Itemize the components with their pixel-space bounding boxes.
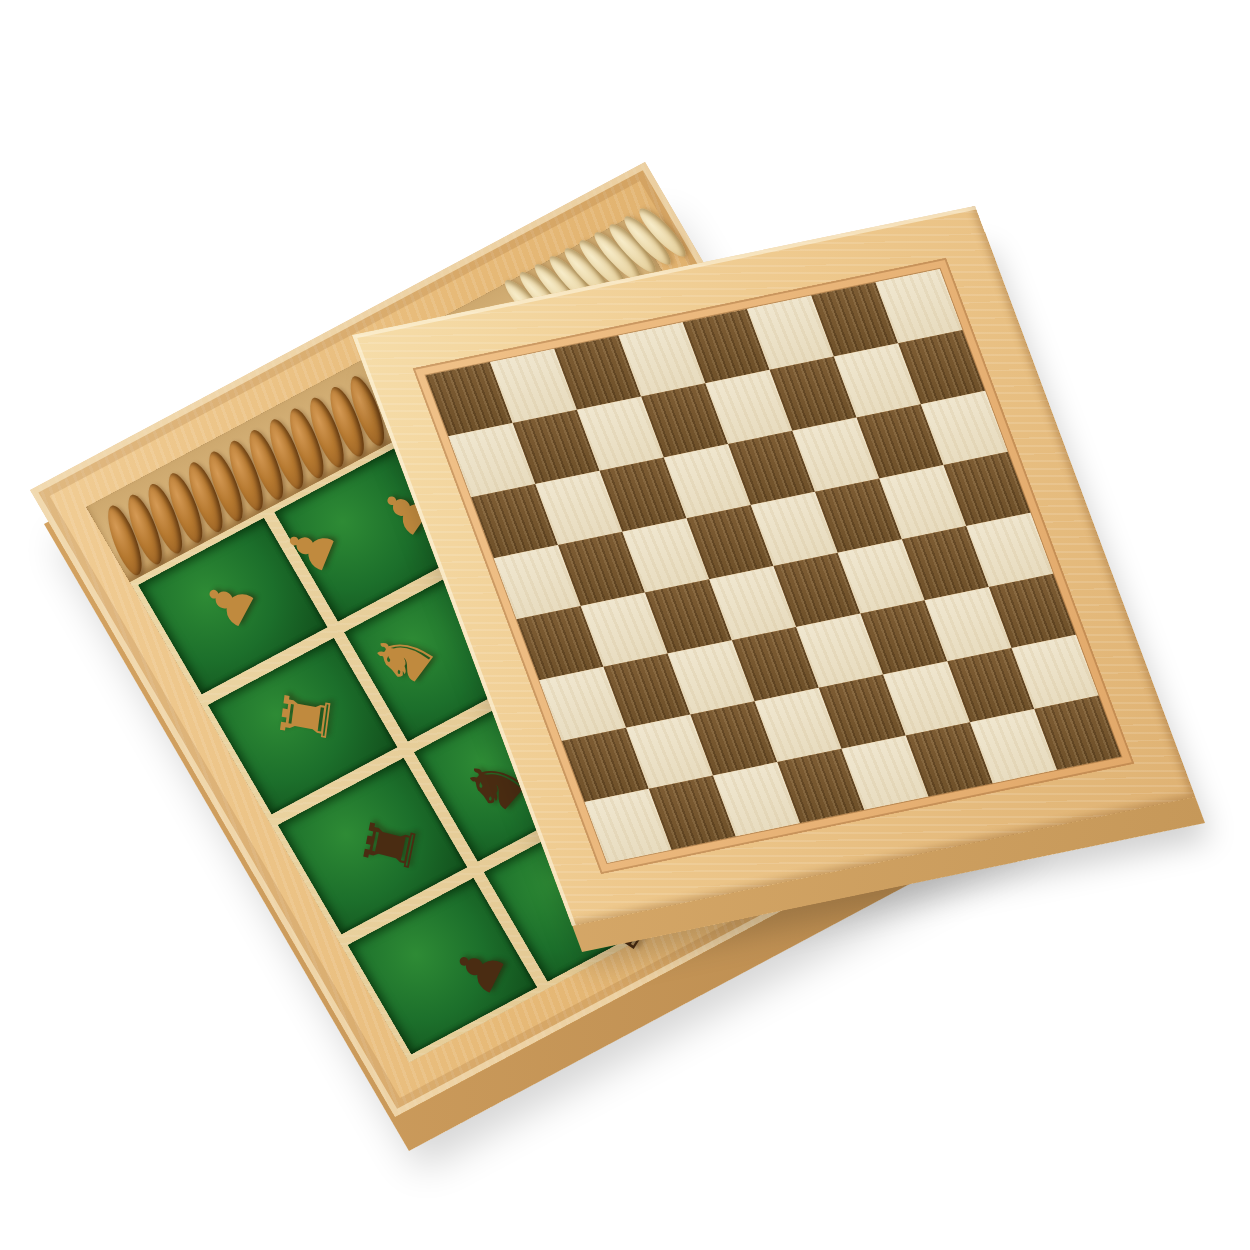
light-knight-in-tray: ♞ [359, 614, 449, 702]
dark-rook-in-tray: ♜ [354, 811, 427, 881]
light-rook-in-tray: ♜ [272, 683, 342, 750]
product-photo-scene: ♟♟♟♜♞♛♜♞♝♟♛ [0, 0, 1250, 1250]
chess-board [426, 269, 1121, 863]
dark-pawn-in-tray: ♟ [444, 935, 515, 1004]
board-inner-trim [413, 258, 1135, 875]
light-pawn-in-tray: ♟ [194, 568, 266, 638]
light-pawn-in-tray: ♟ [276, 515, 345, 582]
